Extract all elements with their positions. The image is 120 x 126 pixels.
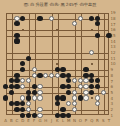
white-stone-F8 [32,73,37,78]
white-stone-G6 [37,84,42,89]
row-label-12: 12 [111,50,119,55]
row-label-1: 1 [111,113,119,118]
row-label-7: 7 [111,79,119,84]
black-stone-G8 [37,73,42,78]
white-stone-G2 [37,107,42,112]
col-label-M: M [66,118,71,123]
white-stone-F4 [32,95,37,100]
go-board-viewer: 图: 白 升段赛 ·白先· 黑 245手 ·白中盘胜 ABCDEFGHJKLMN… [0,0,120,126]
black-stone-C14 [14,38,19,43]
row-label-3: 3 [111,101,119,106]
col-label-P: P [84,118,89,123]
col-label-F: F [32,118,37,123]
black-stone-A4 [3,95,8,100]
black-stone-G18 [37,16,42,21]
black-stone-L8 [60,73,65,78]
row-label-5: 5 [111,90,119,95]
star-point [56,63,58,65]
white-stone-J18 [49,16,54,21]
white-stone-N4 [72,95,77,100]
black-stone-R18 [95,16,100,21]
white-stone-N5 [72,90,77,95]
black-stone-B6 [9,84,14,89]
black-stone-E4 [26,95,31,100]
black-stone-O4 [78,95,83,100]
row-label-18: 18 [111,16,119,21]
black-stone-F6 [32,84,37,89]
col-label-N: N [72,118,77,123]
black-stone-L2 [60,107,65,112]
col-label-T: T [107,118,112,123]
col-label-J: J [49,118,54,123]
white-stone-K8 [55,73,60,78]
black-stone-C8 [14,73,19,78]
black-stone-C3 [14,101,19,106]
black-stone-L4 [60,95,65,100]
white-stone-O6 [78,84,83,89]
black-stone-C2 [14,107,19,112]
white-stone-S5 [101,90,106,95]
col-label-Q: Q [89,118,94,123]
star-point [91,97,93,99]
white-stone-C18 [14,16,19,21]
row-label-16: 16 [111,27,119,32]
black-stone-E5 [26,90,31,95]
row-label-17: 17 [111,22,119,27]
white-stone-R4 [95,95,100,100]
col-label-A: A [3,118,8,123]
col-label-H: H [43,118,48,123]
row-label-8: 8 [111,73,119,78]
game-info-header: 图: 白 升段赛 ·白先· 黑 245手 ·白中盘胜 [0,1,120,8]
black-stone-P8 [83,73,88,78]
col-label-B: B [9,118,14,123]
col-label-E: E [26,118,31,123]
row-label-4: 4 [111,96,119,101]
white-stone-P4 [83,95,88,100]
col-label-D: D [20,118,25,123]
white-stone-O18 [78,16,83,21]
white-stone-P5 [83,90,88,95]
white-stone-J8 [49,73,54,78]
col-label-S: S [101,118,106,123]
col-label-C: C [15,118,20,123]
black-stone-L9 [60,67,65,72]
black-stone-C15 [14,33,19,38]
col-label-O: O [78,118,83,123]
row-label-2: 2 [111,107,119,112]
black-stone-L6 [60,84,65,89]
row-label-11: 11 [111,56,119,61]
white-stone-G5 [37,90,42,95]
white-stone-G4 [37,95,42,100]
row-label-6: 6 [111,84,119,89]
row-label-14: 14 [111,39,119,44]
black-stone-C6 [14,84,19,89]
black-stone-B5 [9,90,14,95]
row-label-13: 13 [111,44,119,49]
row-label-9: 9 [111,67,119,72]
black-stone-K9 [55,67,60,72]
black-stone-P9 [83,67,88,72]
black-stone-R15 [95,33,100,38]
white-stone-N2 [72,107,77,112]
col-label-G: G [38,118,43,123]
white-stone-E2 [26,107,31,112]
black-stone-F5 [32,90,37,95]
col-label-L: L [61,118,66,123]
row-label-19: 19 [111,10,119,15]
white-stone-F9 [32,67,37,72]
row-label-15: 15 [111,33,119,38]
star-point [91,63,93,65]
col-label-K: K [55,118,60,123]
black-stone-K4 [55,95,60,100]
white-stone-D4 [20,95,25,100]
row-label-10: 10 [111,61,119,66]
black-stone-E11 [26,56,31,61]
white-stone-P6 [83,84,88,89]
col-label-R: R [95,118,100,123]
